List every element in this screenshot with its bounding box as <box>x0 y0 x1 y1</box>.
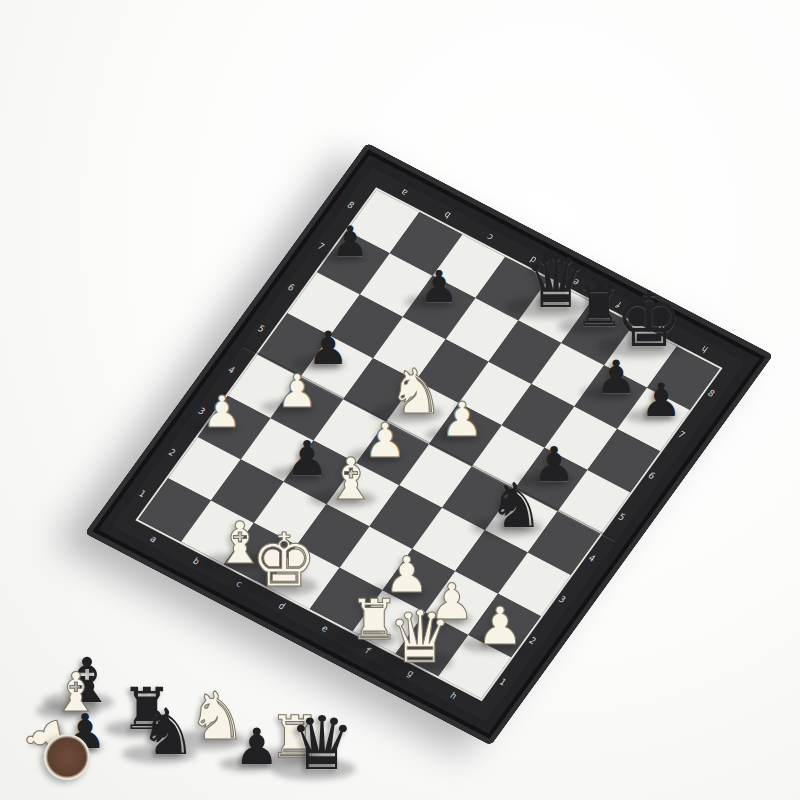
white-queen-g1: ♛ <box>388 601 453 673</box>
white-king-d1: ♚ <box>251 523 317 597</box>
captured-black-queen-9: ♛ <box>289 706 355 780</box>
black-pawn-g7: ♟ <box>595 354 636 400</box>
black-pawn-h7: ♟ <box>640 377 681 423</box>
black-pawn-c7: ♟ <box>419 265 458 309</box>
fallen-pawn-felt-base <box>44 734 90 780</box>
black-pawn-a7: ♟ <box>331 221 369 263</box>
white-pawn-b4: ♟ <box>276 368 317 414</box>
captured-black-knight-5: ♞ <box>139 700 196 764</box>
white-bishop-d3: ♝ <box>325 450 377 508</box>
black-king-g8: ♚ <box>615 282 683 358</box>
white-pawn-e5: ♟ <box>440 395 483 443</box>
black-knight-g4: ♞ <box>488 475 544 537</box>
white-pawn-a3: ♟ <box>202 390 241 434</box>
photo-scene: aabbccddeeffgghh8877665544332211 ♛♜♚♟♟♟♟… <box>0 0 800 800</box>
black-pawn-c3: ♟ <box>285 434 328 482</box>
white-pawn-h2: ♟ <box>477 600 524 652</box>
